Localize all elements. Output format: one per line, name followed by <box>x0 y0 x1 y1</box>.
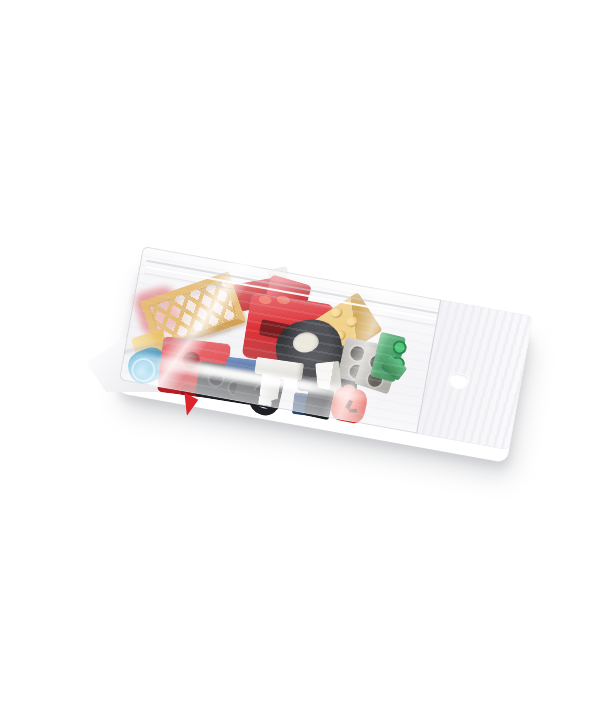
product-photo <box>0 0 600 720</box>
hang-hole <box>448 372 469 389</box>
